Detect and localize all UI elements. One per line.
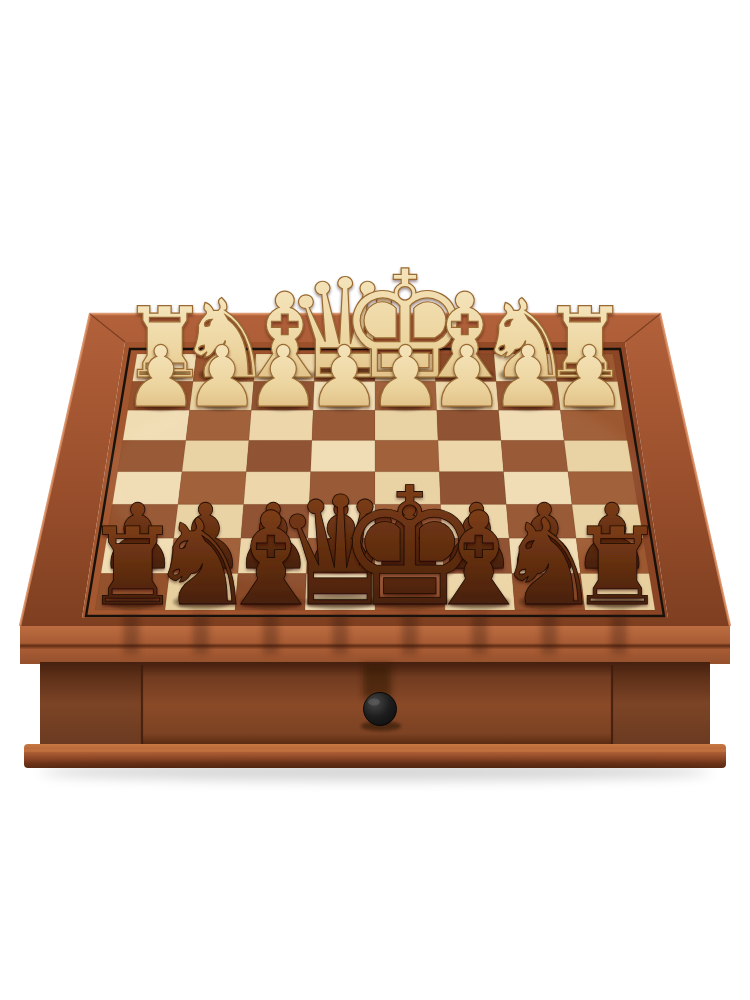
knob-highlight xyxy=(368,699,380,706)
floor-shadow xyxy=(40,763,710,781)
molding-highlight-line xyxy=(24,749,726,752)
drawer-knob xyxy=(364,693,397,726)
chess-board-photo: ♜♞♝♛♚♝♞♜♟♟♟♟♟♟♟♟♟♟♟♟♟♟♟♟♜♞♝♛♚♝♞♜ xyxy=(0,0,750,1000)
piece-white-rook-h1: ♜ xyxy=(569,504,665,629)
product-photo: ♜♞♝♛♚♝♞♜♟♟♟♟♟♟♟♟♟♟♟♟♟♟♟♟♜♞♝♛♚♝♞♜ xyxy=(0,0,750,1000)
piece-black-pawn-h7: ♟ xyxy=(551,328,627,426)
